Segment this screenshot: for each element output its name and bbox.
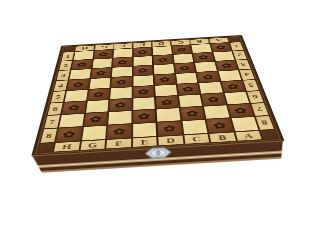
square-g7[interactable]: ✿ (84, 112, 108, 126)
rank-label-right-1: 1 (230, 42, 243, 51)
rank-label-right-7: 7 (251, 103, 268, 116)
floral-rosette-icon: ✿ (138, 67, 149, 74)
clasp-icon (142, 145, 175, 161)
floral-rosette-icon: ✿ (92, 91, 104, 98)
square-g4[interactable] (89, 78, 110, 89)
square-d5[interactable] (155, 85, 177, 97)
floral-rosette-icon: ✿ (226, 83, 239, 90)
square-g2[interactable] (92, 58, 112, 68)
square-e3[interactable]: ✿ (133, 65, 153, 75)
square-b4[interactable]: ✿ (197, 72, 219, 83)
square-f5[interactable] (110, 87, 131, 99)
floral-rosette-icon: ✿ (212, 121, 227, 130)
square-e7[interactable]: ✿ (133, 110, 156, 124)
square-h7[interactable] (59, 114, 84, 128)
file-label-bottom-H: H (54, 142, 80, 152)
square-c3[interactable]: ✿ (174, 63, 195, 73)
rank-label-left-7: 7 (44, 115, 60, 128)
square-b2[interactable]: ✿ (193, 53, 214, 63)
rank-label-left-2: 2 (59, 61, 72, 70)
square-c6[interactable] (179, 95, 202, 108)
floral-rosette-icon: ✿ (138, 88, 149, 95)
square-d6[interactable]: ✿ (156, 96, 179, 109)
square-g1[interactable]: ✿ (94, 50, 113, 59)
rank-label-right-4: 4 (240, 69, 255, 79)
square-a7[interactable]: ✿ (228, 104, 254, 117)
rank-label-left-5: 5 (51, 91, 65, 102)
rank-label-right-8: 8 (256, 116, 274, 130)
file-label-bottom-D: D (158, 136, 183, 146)
square-g8[interactable] (82, 126, 107, 141)
square-h4[interactable]: ✿ (67, 79, 89, 90)
square-f6[interactable]: ✿ (109, 99, 131, 112)
file-label-bottom-B: B (209, 132, 235, 142)
floral-rosette-icon: ✿ (76, 61, 87, 67)
square-d4[interactable]: ✿ (154, 74, 175, 85)
board-grid: HGFEDCBA1✿✿✿✿12✿✿✿✿23✿✿✿✿34✿✿✿✿45✿✿✿✿56✿… (37, 37, 279, 154)
rank-label-left-8: 8 (41, 129, 57, 143)
square-d8[interactable]: ✿ (157, 121, 181, 136)
floral-rosette-icon: ✿ (72, 81, 84, 88)
border-corner (38, 143, 54, 152)
square-f2[interactable]: ✿ (113, 57, 132, 67)
floral-rosette-icon: ✿ (233, 106, 248, 114)
floral-rosette-icon: ✿ (186, 109, 199, 117)
rank-label-left-3: 3 (57, 70, 70, 80)
square-c8[interactable] (182, 120, 207, 134)
rank-label-right-3: 3 (236, 60, 250, 70)
file-label-bottom-A: A (235, 131, 262, 141)
floral-rosette-icon: ✿ (159, 76, 171, 83)
square-e5[interactable]: ✿ (133, 86, 154, 98)
square-b7[interactable] (204, 105, 229, 118)
square-a3[interactable]: ✿ (216, 60, 238, 70)
square-f3[interactable] (112, 67, 132, 77)
rank-label-left-4: 4 (54, 80, 68, 91)
square-d3[interactable] (154, 64, 174, 74)
square-f1[interactable] (113, 49, 131, 58)
square-b6[interactable]: ✿ (201, 93, 225, 105)
floral-rosette-icon: ✿ (158, 57, 169, 63)
floral-rosette-icon: ✿ (215, 44, 226, 50)
file-label-bottom-F: F (106, 139, 130, 149)
chess-box: HGFEDCBA1✿✿✿✿12✿✿✿✿23✿✿✿✿34✿✿✿✿45✿✿✿✿56✿… (22, 9, 286, 174)
square-h5[interactable] (65, 90, 88, 102)
floral-rosette-icon: ✿ (161, 98, 173, 106)
square-h6[interactable]: ✿ (62, 101, 86, 114)
square-c7[interactable]: ✿ (180, 107, 204, 120)
square-h3[interactable] (69, 69, 90, 79)
square-d2[interactable]: ✿ (153, 55, 173, 65)
square-g5[interactable]: ✿ (87, 89, 109, 101)
square-e1[interactable]: ✿ (133, 47, 151, 56)
floral-rosette-icon: ✿ (95, 70, 106, 77)
floral-rosette-icon: ✿ (137, 49, 147, 55)
square-a8[interactable] (231, 117, 258, 131)
square-h1[interactable] (74, 51, 94, 60)
floral-rosette-icon: ✿ (176, 47, 187, 53)
floral-rosette-icon: ✿ (163, 124, 176, 133)
square-e8[interactable] (133, 123, 157, 138)
square-d7[interactable] (157, 108, 180, 121)
floral-rosette-icon: ✿ (202, 73, 214, 80)
rank-label-right-5: 5 (243, 80, 259, 91)
square-f4[interactable]: ✿ (111, 77, 131, 88)
floral-rosette-icon: ✿ (207, 95, 220, 103)
square-h8[interactable]: ✿ (56, 127, 82, 142)
square-g3[interactable]: ✿ (91, 68, 111, 78)
file-label-bottom-C: C (184, 134, 209, 144)
square-c4[interactable] (176, 73, 198, 84)
floral-rosette-icon: ✿ (117, 59, 127, 65)
floral-rosette-icon: ✿ (198, 54, 210, 60)
floral-rosette-icon: ✿ (67, 104, 80, 112)
square-d1[interactable] (153, 46, 172, 55)
border-corner (261, 130, 278, 139)
square-c5[interactable]: ✿ (177, 83, 199, 95)
floral-rosette-icon: ✿ (114, 101, 126, 109)
chessboard: HGFEDCBA1✿✿✿✿12✿✿✿✿23✿✿✿✿34✿✿✿✿45✿✿✿✿56✿… (31, 35, 285, 157)
floral-rosette-icon: ✿ (179, 65, 191, 71)
square-e4[interactable] (133, 75, 153, 86)
square-c2[interactable] (173, 54, 193, 64)
floral-rosette-icon: ✿ (113, 127, 126, 136)
floral-rosette-icon: ✿ (89, 115, 102, 124)
square-c1[interactable]: ✿ (172, 45, 191, 54)
rank-label-right-6: 6 (247, 91, 263, 103)
square-f8[interactable]: ✿ (107, 124, 131, 139)
square-b3[interactable] (195, 62, 216, 72)
square-a5[interactable]: ✿ (221, 81, 245, 93)
square-a6[interactable] (224, 92, 249, 104)
square-a2[interactable] (213, 51, 234, 61)
floral-rosette-icon: ✿ (98, 51, 109, 57)
floral-rosette-icon: ✿ (116, 79, 127, 86)
square-b5[interactable] (199, 82, 222, 94)
floral-rosette-icon: ✿ (182, 85, 194, 92)
square-h2[interactable]: ✿ (72, 60, 92, 70)
square-a1[interactable]: ✿ (211, 43, 232, 52)
square-b1[interactable] (191, 44, 211, 53)
rank-label-right-2: 2 (233, 51, 247, 60)
square-e2[interactable] (133, 56, 152, 66)
floral-rosette-icon: ✿ (62, 130, 76, 139)
product-photo: HGFEDCBA1✿✿✿✿12✿✿✿✿23✿✿✿✿34✿✿✿✿45✿✿✿✿56✿… (0, 0, 310, 229)
square-e6[interactable] (133, 97, 155, 110)
rank-label-left-1: 1 (62, 52, 74, 61)
floral-rosette-icon: ✿ (220, 62, 232, 68)
square-b8[interactable]: ✿ (207, 118, 233, 132)
file-label-bottom-G: G (80, 140, 105, 150)
square-g6[interactable] (86, 100, 109, 113)
square-a4[interactable] (218, 70, 241, 81)
rank-label-left-6: 6 (48, 103, 63, 115)
floral-rosette-icon: ✿ (138, 112, 150, 121)
square-f7[interactable] (108, 111, 131, 125)
